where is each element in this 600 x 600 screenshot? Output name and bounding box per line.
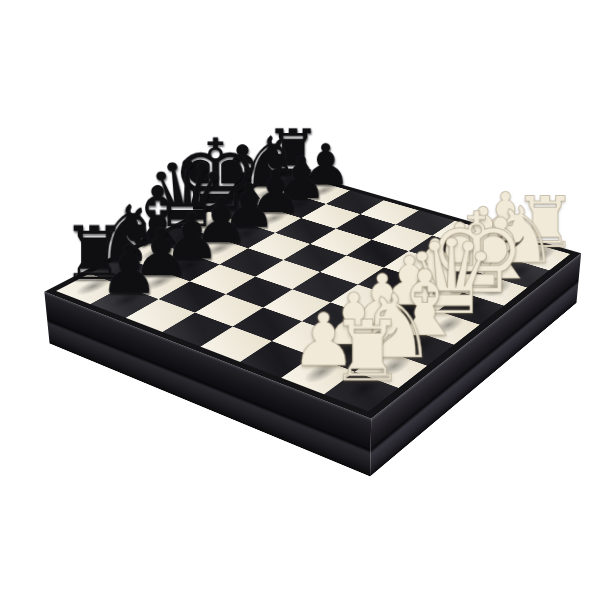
piece-glyph: ♟ bbox=[56, 237, 202, 304]
chess-board: ♜♞♝♛♚♝♞♜♟♟♟♟♟♟♟♟♟♟♟♟♟♟♟♟♜♞♝♛♚♝♞♜ bbox=[44, 168, 581, 419]
piece-glyph: ♜ bbox=[285, 309, 449, 393]
product-photo: ♜♞♝♛♚♝♞♜♟♟♟♟♟♟♟♟♟♟♟♟♟♟♟♟♜♞♝♛♚♝♞♜ bbox=[0, 0, 600, 600]
pieces-layer: ♜♞♝♛♚♝♞♜♟♟♟♟♟♟♟♟♟♟♟♟♟♟♟♟♜♞♝♛♚♝♞♜ bbox=[44, 168, 581, 419]
